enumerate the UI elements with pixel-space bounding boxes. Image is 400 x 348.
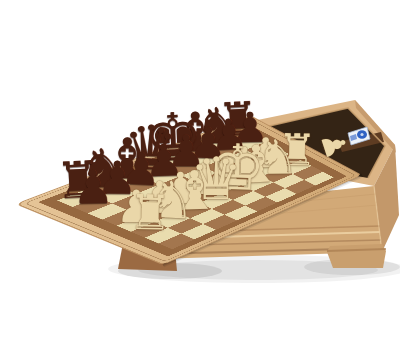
piece-dark-pawn[interactable]: ♟ bbox=[72, 165, 114, 212]
piece-light-rook[interactable]: ♜ bbox=[128, 188, 172, 237]
chess-set-photo: ♜♞♝♛♚♝♞♜♟♟♟♟♟♟♟♟♟♟♟♟♟♟♟♜♞♝♛♚♝♞♜♟ bbox=[0, 0, 400, 348]
piece-light-pawn-fallen[interactable]: ♟ bbox=[316, 128, 353, 163]
pieces-layer: ♜♞♝♛♚♝♞♜♟♟♟♟♟♟♟♟♟♟♟♟♟♟♟♜♞♝♛♚♝♞♜♟ bbox=[0, 0, 400, 348]
